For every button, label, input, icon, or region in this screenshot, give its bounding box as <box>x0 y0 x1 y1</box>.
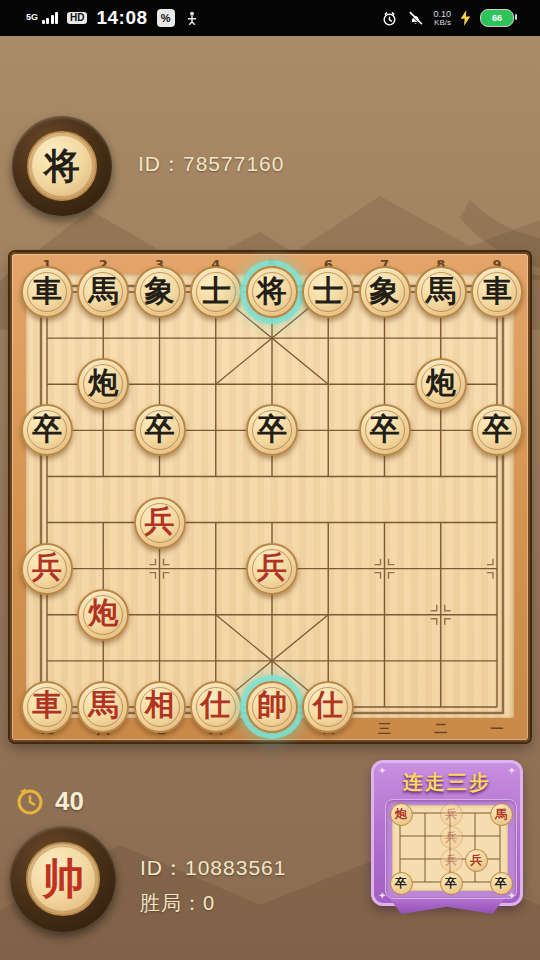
piece-black[interactable]: 卒 <box>471 404 523 456</box>
piece-black[interactable]: 炮 <box>415 358 467 410</box>
percent-app-icon: % <box>157 9 175 27</box>
piece-black[interactable]: 将 <box>246 266 298 318</box>
move-timer: 40 <box>14 785 84 817</box>
hd-badge: HD <box>67 12 87 24</box>
piece-red[interactable]: 相 <box>134 681 186 733</box>
sparkle-icon: ✦ <box>378 765 386 776</box>
network-type-label: 5G <box>26 12 38 22</box>
vpn-person-icon <box>184 10 200 26</box>
piece-red[interactable]: 帥 <box>246 681 298 733</box>
battery-indicator: 66 <box>480 9 514 27</box>
piece-black[interactable]: 卒 <box>134 404 186 456</box>
xiangqi-board[interactable]: 123456789 九八七六五四三二一 車馬象士将士象馬車炮炮卒卒卒卒卒兵兵兵炮… <box>10 252 530 742</box>
opponent-avatar[interactable]: 将 <box>12 116 112 216</box>
piece-black[interactable]: 馬 <box>415 266 467 318</box>
sparkle-icon: ✦ <box>378 890 386 901</box>
mini-piece-red: 兵 <box>440 849 463 872</box>
signal-icon: 5G <box>26 12 58 24</box>
opponent-avatar-glyph: 将 <box>44 142 80 191</box>
piece-black[interactable]: 卒 <box>246 404 298 456</box>
piece-black[interactable]: 馬 <box>77 266 129 318</box>
piece-black[interactable]: 卒 <box>359 404 411 456</box>
piece-black[interactable]: 象 <box>134 266 186 318</box>
file-label: 三 <box>373 720 397 738</box>
board-grid <box>12 254 532 744</box>
self-id: ID：10883561 <box>140 854 286 882</box>
clock-time: 14:08 <box>96 7 147 29</box>
self-wins: 胜局：0 <box>140 890 215 917</box>
mini-piece-black: 卒 <box>390 872 413 895</box>
timer-value: 40 <box>55 786 84 817</box>
mini-piece-black: 卒 <box>440 872 463 895</box>
charging-bolt-icon <box>460 10 471 26</box>
panel-title: 连走三步 <box>374 769 520 796</box>
piece-black[interactable]: 士 <box>190 266 242 318</box>
piece-red[interactable]: 仕 <box>302 681 354 733</box>
triple-move-panel[interactable]: ✦ ✦ ✦ ✦ 连走三步 炮馬兵兵兵兵卒卒卒 <box>371 760 523 906</box>
piece-black[interactable]: 車 <box>21 266 73 318</box>
status-bar: 5G HD 14:08 % 0.10 <box>0 0 540 36</box>
network-speed: 0.10 KB/s <box>433 10 451 27</box>
piece-red[interactable]: 兵 <box>134 497 186 549</box>
piece-red[interactable]: 炮 <box>77 589 129 641</box>
self-avatar-glyph: 帅 <box>42 851 84 907</box>
piece-black[interactable]: 車 <box>471 266 523 318</box>
mini-piece-red: 兵 <box>440 826 463 849</box>
piece-red[interactable]: 兵 <box>246 543 298 595</box>
self-avatar[interactable]: 帅 <box>10 826 116 932</box>
alarm-icon <box>381 10 398 27</box>
piece-black[interactable]: 士 <box>302 266 354 318</box>
sparkle-icon: ✦ <box>508 765 516 776</box>
mute-bell-icon <box>407 10 424 27</box>
piece-black[interactable]: 卒 <box>21 404 73 456</box>
app-screen: 5G HD 14:08 % 0.10 <box>0 0 540 960</box>
mini-piece-red: 兵 <box>440 803 463 826</box>
piece-red[interactable]: 車 <box>21 681 73 733</box>
mini-piece-red: 兵 <box>465 849 488 872</box>
piece-red[interactable]: 兵 <box>21 543 73 595</box>
self-avatar-piece: 帅 <box>26 842 100 916</box>
mini-board-frame: 炮馬兵兵兵兵卒卒卒 <box>385 799 517 899</box>
opponent-id: ID：78577160 <box>138 150 284 178</box>
piece-black[interactable]: 象 <box>359 266 411 318</box>
mini-piece-red: 馬 <box>490 803 513 826</box>
mini-piece-red: 炮 <box>390 803 413 826</box>
piece-red[interactable]: 仕 <box>190 681 242 733</box>
file-label: 一 <box>485 720 509 738</box>
file-label: 二 <box>429 720 453 738</box>
piece-red[interactable]: 馬 <box>77 681 129 733</box>
timer-clock-icon <box>14 785 46 817</box>
mini-board: 炮馬兵兵兵兵卒卒卒 <box>392 805 508 891</box>
opponent-avatar-piece: 将 <box>27 131 97 201</box>
sparkle-icon: ✦ <box>508 890 516 901</box>
